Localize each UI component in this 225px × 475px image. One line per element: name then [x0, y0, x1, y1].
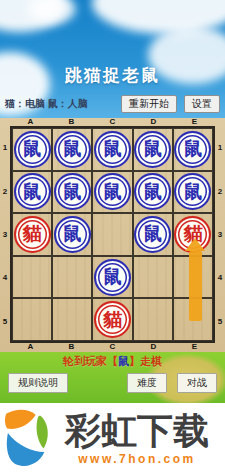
restart-button[interactable]: 重新开始 — [121, 95, 177, 113]
coordinate-label-1: 1 — [215, 126, 225, 169]
coordinate-label-B: B — [51, 343, 92, 351]
mouse-piece-A2[interactable]: 鼠 — [14, 173, 51, 210]
last-move-arrow — [188, 238, 202, 321]
coordinate-label-1: 1 — [0, 126, 10, 169]
board-cell-D5[interactable] — [133, 298, 173, 341]
arrow-head-icon — [185, 238, 205, 251]
board-cell-D3[interactable]: 鼠 — [133, 213, 173, 256]
row-labels-right: 12345 — [215, 126, 225, 343]
status-prefix: 轮到玩家【 — [63, 355, 118, 367]
settings-button[interactable]: 设置 — [184, 95, 220, 113]
board-cell-C4[interactable]: 鼠 — [92, 256, 132, 299]
cat-piece-C5[interactable]: 貓 — [94, 301, 131, 338]
board-cell-A1[interactable]: 鼠 — [12, 128, 52, 171]
row-labels-left: 12345 — [0, 126, 10, 343]
column-labels-bottom: ABCDE — [10, 343, 215, 351]
board-cell-A2[interactable]: 鼠 — [12, 171, 52, 214]
coordinate-label-3: 3 — [0, 213, 10, 256]
footer-buttons: 规则说明 难度 对战 — [8, 373, 217, 393]
status-suffix: 】走棋 — [129, 355, 162, 367]
mouse-piece-E1[interactable]: 鼠 — [174, 131, 211, 168]
banner-url[interactable]: www.7hon.com — [53, 452, 221, 466]
board-cell-B5[interactable] — [52, 298, 92, 341]
board-cell-D2[interactable]: 鼠 — [133, 171, 173, 214]
cat-piece-A3[interactable]: 貓 — [14, 216, 51, 253]
coordinate-label-E: E — [174, 343, 215, 351]
board-cell-A5[interactable] — [12, 298, 52, 341]
coordinate-label-A: A — [10, 118, 51, 126]
board-cell-B1[interactable]: 鼠 — [52, 128, 92, 171]
column-labels-top: ABCDE — [10, 118, 215, 126]
coordinate-label-C: C — [92, 343, 133, 351]
coordinate-label-B: B — [51, 118, 92, 126]
app-window: 跳猫捉老鼠 猫：电脑 鼠：人脑 重新开始 设置 ABCDE ABCDE 1234… — [0, 0, 225, 475]
board-grid: 鼠鼠鼠鼠鼠鼠鼠鼠鼠鼠貓鼠鼠貓鼠貓 — [10, 126, 215, 343]
banner-text: 彩虹下载 www.7hon.com — [53, 413, 225, 466]
coordinate-label-E: E — [174, 118, 215, 126]
board-cell-B4[interactable] — [52, 256, 92, 299]
coordinate-label-2: 2 — [0, 169, 10, 212]
banner-brand: 彩虹下载 — [53, 413, 221, 449]
board-cell-E1[interactable]: 鼠 — [173, 128, 213, 171]
board-cell-E2[interactable]: 鼠 — [173, 171, 213, 214]
board-cell-C2[interactable]: 鼠 — [92, 171, 132, 214]
mouse-piece-C2[interactable]: 鼠 — [94, 173, 131, 210]
board-cell-D4[interactable] — [133, 256, 173, 299]
rainbow-shield-logo-icon — [1, 406, 53, 472]
arrow-tail — [189, 251, 202, 321]
mouse-piece-E2[interactable]: 鼠 — [174, 173, 211, 210]
board-cell-C1[interactable]: 鼠 — [92, 128, 132, 171]
board-cell-C3[interactable] — [92, 213, 132, 256]
coordinate-label-5: 5 — [215, 300, 225, 343]
mouse-piece-D2[interactable]: 鼠 — [134, 173, 171, 210]
coordinate-label-2: 2 — [215, 169, 225, 212]
grass-footer: 轮到玩家【鼠】走棋 规则说明 难度 对战 — [0, 352, 225, 403]
board-cell-A3[interactable]: 貓 — [12, 213, 52, 256]
players-label: 猫：电脑 鼠：人脑 — [5, 97, 114, 111]
download-banner[interactable]: 彩虹下载 www.7hon.com — [0, 403, 225, 475]
coordinate-label-A: A — [10, 343, 51, 351]
board-cell-A4[interactable] — [12, 256, 52, 299]
board-cell-C5[interactable]: 貓 — [92, 298, 132, 341]
info-bar: 猫：电脑 鼠：人脑 重新开始 设置 — [5, 93, 220, 115]
mouse-piece-C1[interactable]: 鼠 — [94, 131, 131, 168]
rules-button[interactable]: 规则说明 — [8, 373, 68, 393]
coordinate-label-D: D — [133, 118, 174, 126]
mouse-piece-A1[interactable]: 鼠 — [14, 131, 51, 168]
mouse-piece-B1[interactable]: 鼠 — [54, 131, 91, 168]
board-cell-B3[interactable]: 鼠 — [52, 213, 92, 256]
board-cell-D1[interactable]: 鼠 — [133, 128, 173, 171]
mouse-piece-D1[interactable]: 鼠 — [134, 131, 171, 168]
turn-status: 轮到玩家【鼠】走棋 — [0, 354, 225, 369]
coordinate-label-C: C — [92, 118, 133, 126]
coordinate-label-4: 4 — [0, 256, 10, 299]
game-board: ABCDE ABCDE 12345 12345 鼠鼠鼠鼠鼠鼠鼠鼠鼠鼠貓鼠鼠貓鼠貓 — [0, 118, 225, 352]
mouse-piece-D3[interactable]: 鼠 — [134, 216, 171, 253]
battle-button[interactable]: 对战 — [177, 373, 217, 393]
coordinate-label-D: D — [133, 343, 174, 351]
board-cell-B2[interactable]: 鼠 — [52, 171, 92, 214]
coordinate-label-4: 4 — [215, 256, 225, 299]
coordinate-label-5: 5 — [0, 300, 10, 343]
mouse-piece-B3[interactable]: 鼠 — [54, 216, 91, 253]
status-player: 鼠 — [118, 355, 129, 367]
coordinate-label-3: 3 — [215, 213, 225, 256]
mouse-piece-C4[interactable]: 鼠 — [94, 259, 131, 296]
page-title: 跳猫捉老鼠 — [0, 64, 225, 87]
mouse-piece-B2[interactable]: 鼠 — [54, 173, 91, 210]
difficulty-button[interactable]: 难度 — [127, 373, 167, 393]
